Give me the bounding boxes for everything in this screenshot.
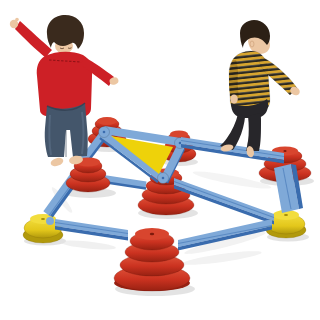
child-striped-head [240, 20, 270, 54]
child-red-jeans [45, 103, 88, 157]
plank-left-to-bottom [55, 219, 128, 241]
child-striped-pants [220, 99, 268, 151]
child-striped-shirt [220, 20, 301, 157]
child-red-head [47, 15, 84, 55]
scene-svg [0, 0, 320, 320]
child-red-arm-left [10, 18, 52, 58]
balance-course-photo [0, 0, 320, 320]
